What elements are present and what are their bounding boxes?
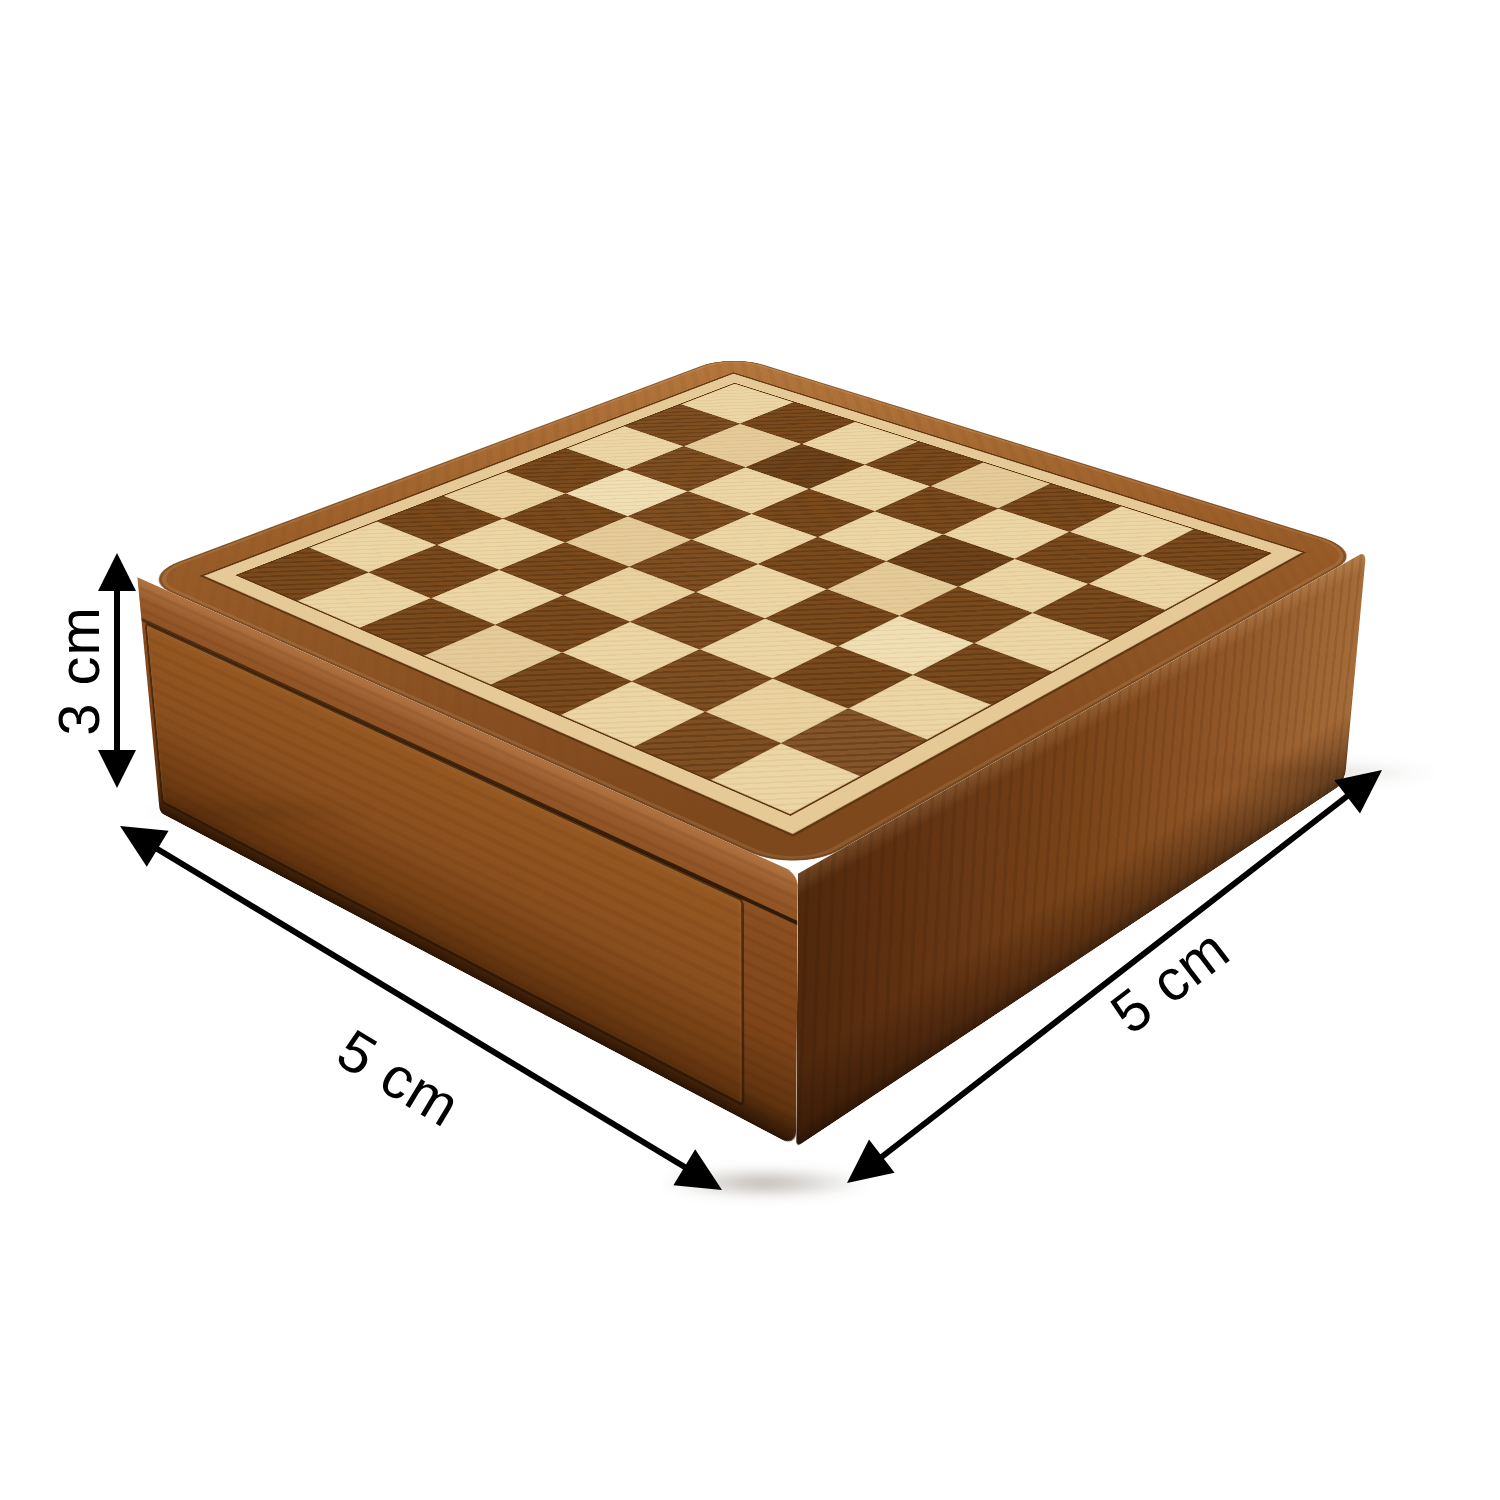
scene xyxy=(0,0,1500,1500)
height-dimension-label: 3 cm xyxy=(50,606,108,736)
product-photo: 3 cm 5 cm 5 cm xyxy=(0,0,1500,1500)
